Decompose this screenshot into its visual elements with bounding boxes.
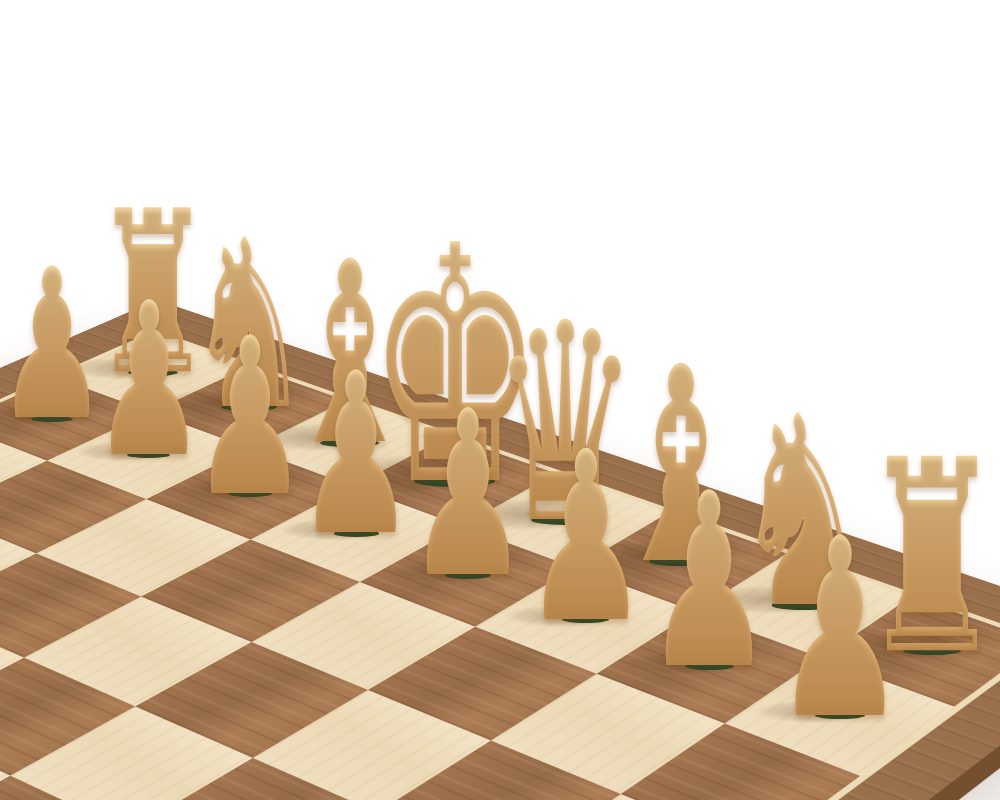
board-inlay-line bbox=[0, 330, 1000, 800]
board-squares bbox=[0, 334, 1000, 800]
chessboard bbox=[0, 300, 1000, 800]
board-frame bbox=[0, 300, 1000, 800]
product-photo-stage: ♜︎♞︎♝︎♚︎♛︎♝︎♞︎♜︎♟︎♟︎♟︎♟︎♟︎♟︎♟︎♟︎ bbox=[0, 0, 1000, 800]
